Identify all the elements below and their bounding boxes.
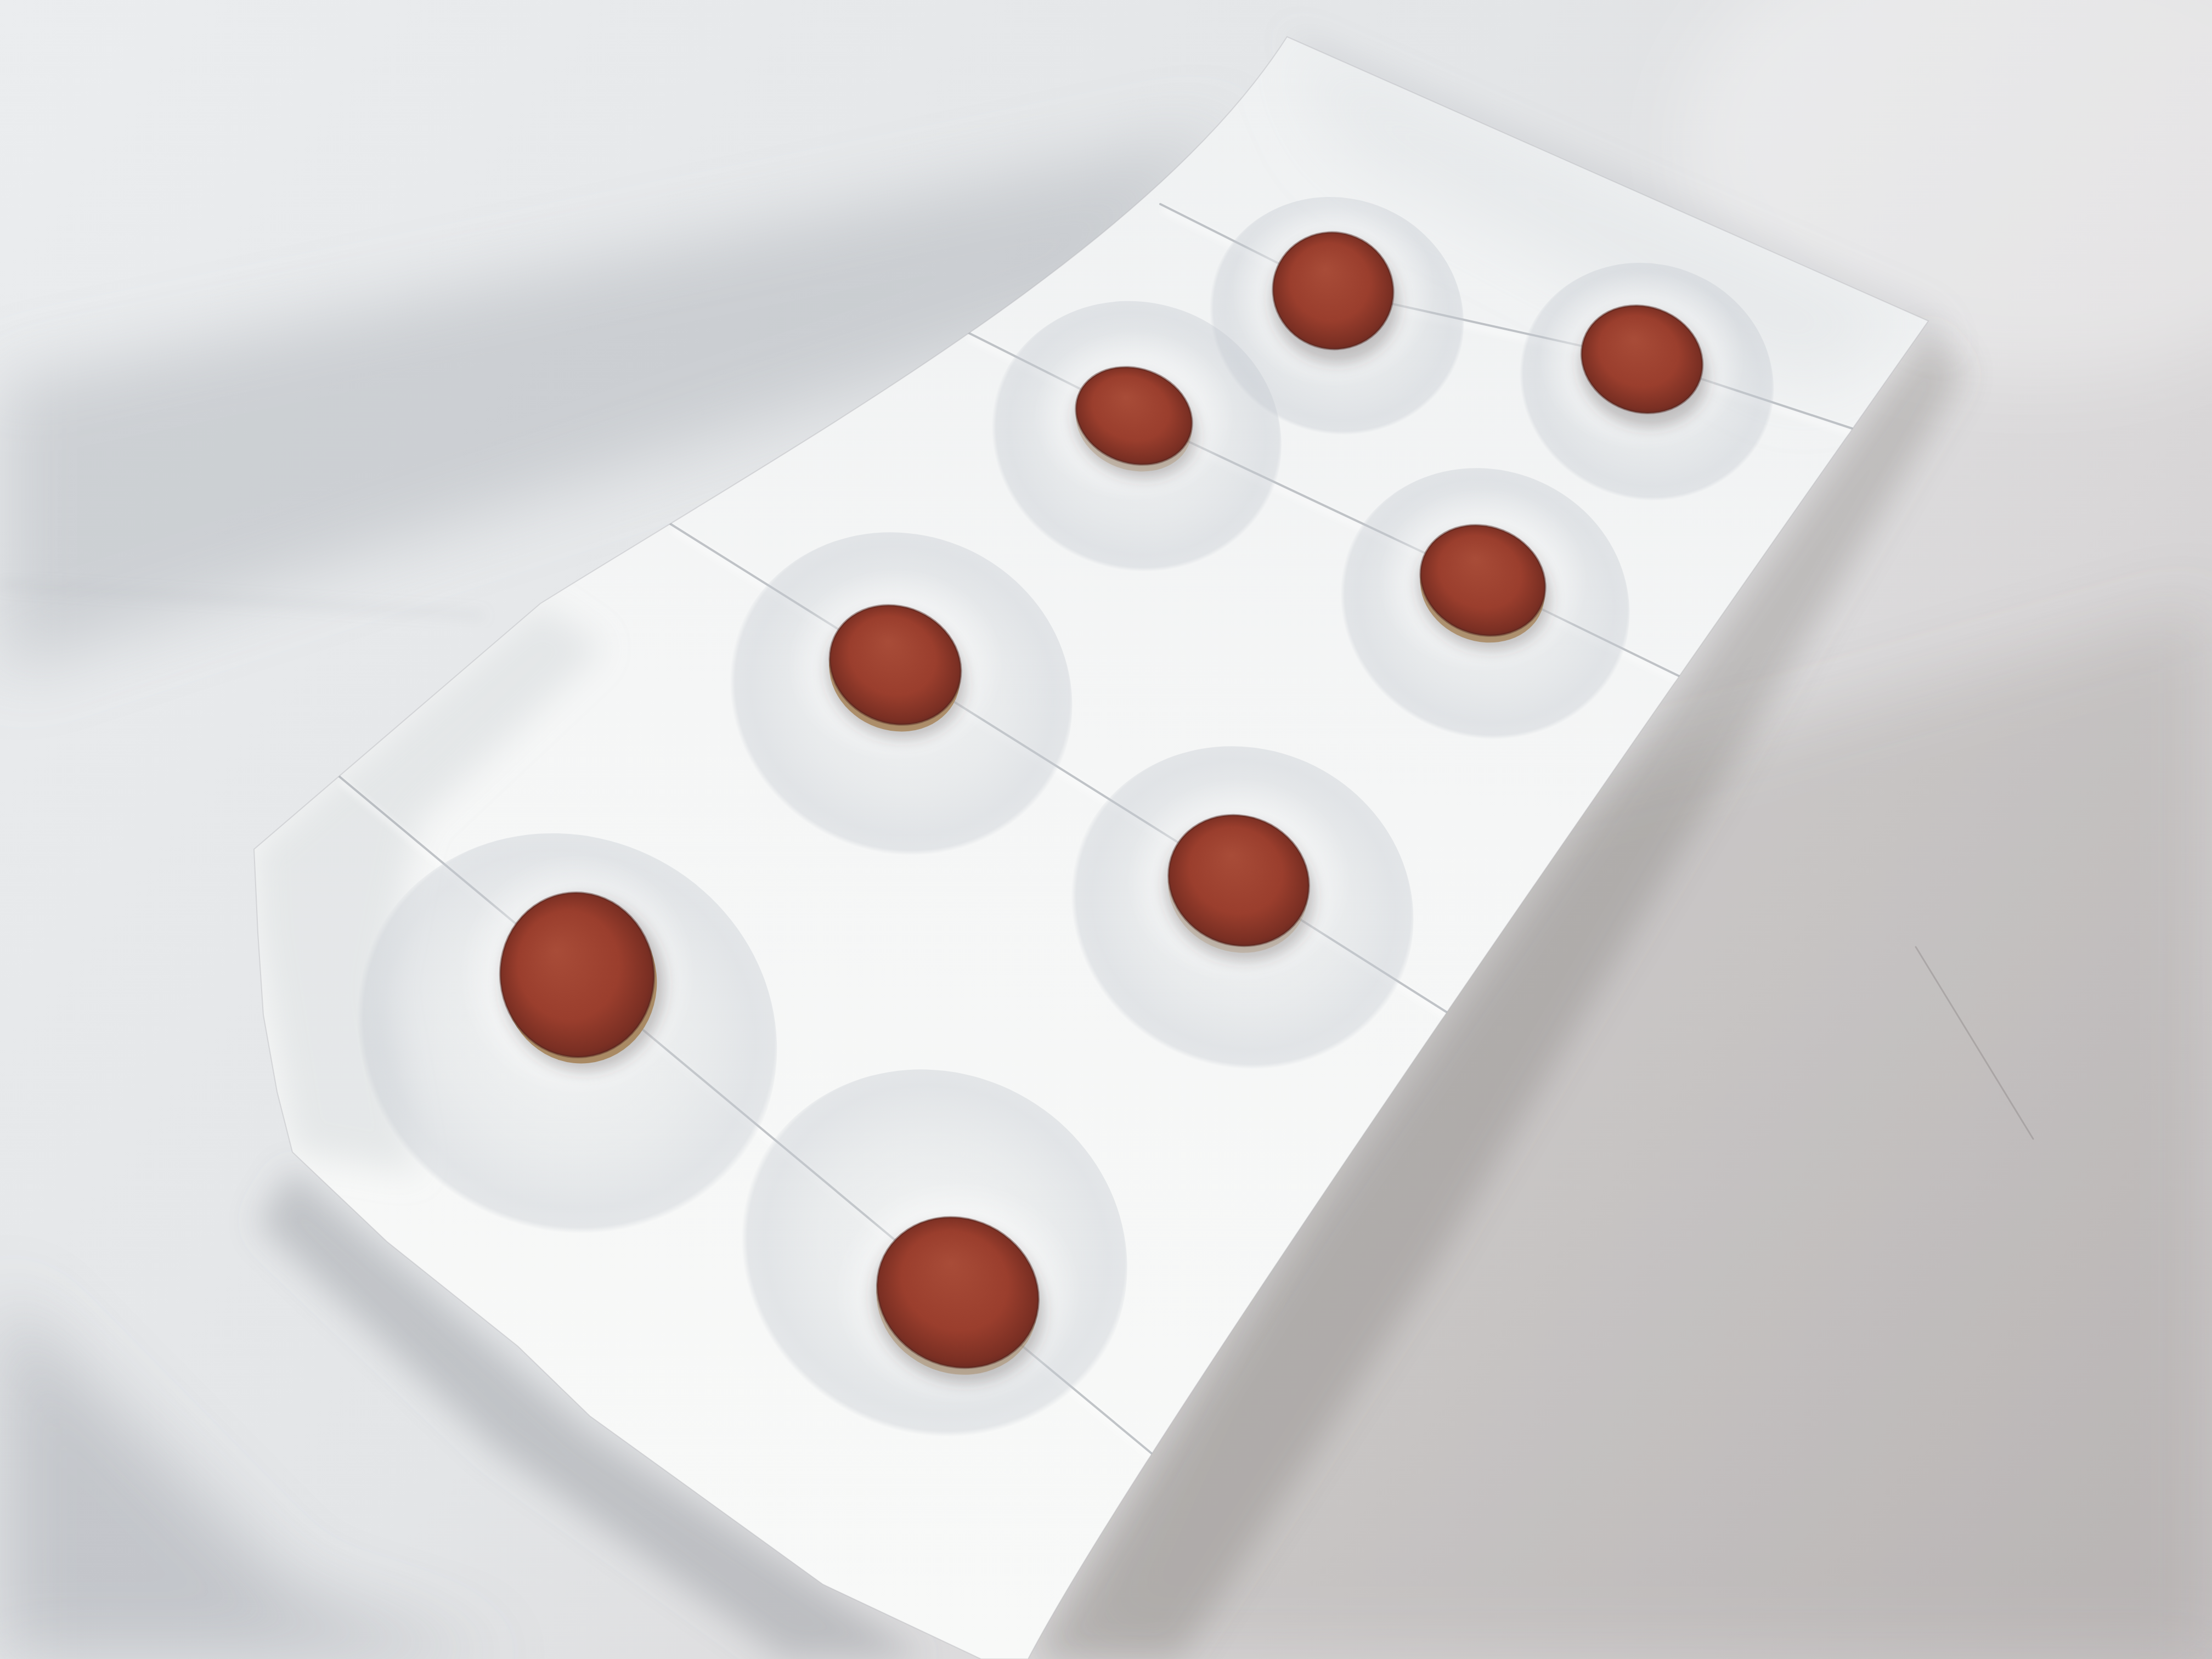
photo-canvas: [0, 0, 2212, 1659]
photo-of-adhesive-patch-sheet: [0, 0, 2212, 1659]
